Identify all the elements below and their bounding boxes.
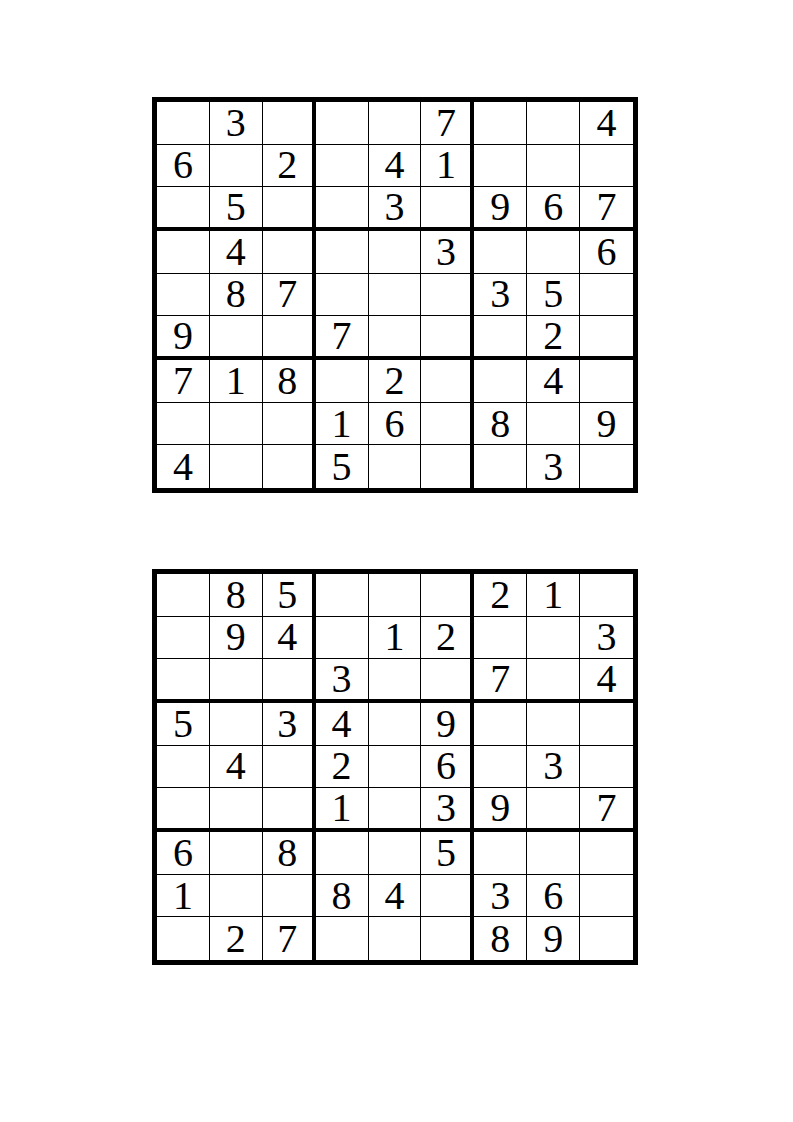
sudoku-cell-r9c7 <box>474 445 527 488</box>
sudoku-cell-r8c1: 1 <box>157 875 210 918</box>
sudoku-cell-r7c4 <box>316 360 369 403</box>
sudoku-cell-r5c1 <box>157 746 210 789</box>
sudoku-cell-r6c2 <box>210 316 263 360</box>
sudoku-cell-r1c8 <box>527 102 580 145</box>
sudoku-cell-r7c9 <box>580 832 633 875</box>
sudoku-cell-r1c4 <box>316 102 369 145</box>
sudoku-cell-r1c6 <box>421 574 474 617</box>
sudoku-cell-r8c2 <box>210 403 263 446</box>
sudoku-cell-r2c5: 1 <box>369 617 422 660</box>
sudoku-cell-r5c4 <box>316 274 369 317</box>
sudoku-cell-r1c8: 1 <box>527 574 580 617</box>
sudoku-cell-r4c8 <box>527 703 580 746</box>
sudoku-cell-r2c2 <box>210 145 263 188</box>
sudoku-cell-r1c7 <box>474 102 527 145</box>
sudoku-cell-r4c4 <box>316 231 369 274</box>
sudoku-cell-r5c7: 3 <box>474 274 527 317</box>
sudoku-cell-r4c3: 3 <box>263 703 316 746</box>
sudoku-cell-r8c6 <box>421 403 474 446</box>
sudoku-cell-r7c9 <box>580 360 633 403</box>
sudoku-cell-r9c3 <box>263 445 316 488</box>
sudoku-cell-r1c5 <box>369 574 422 617</box>
sudoku-cell-r3c9: 7 <box>580 187 633 231</box>
sudoku-cell-r5c9 <box>580 274 633 317</box>
sudoku-cell-r8c8: 6 <box>527 875 580 918</box>
sudoku-cell-r1c7: 2 <box>474 574 527 617</box>
sudoku-cell-r6c8 <box>527 788 580 832</box>
sudoku-cell-r5c8: 5 <box>527 274 580 317</box>
sudoku-cell-r5c8: 3 <box>527 746 580 789</box>
sudoku-cell-r1c3 <box>263 102 316 145</box>
sudoku-cell-r7c4 <box>316 832 369 875</box>
sudoku-cell-r2c2: 9 <box>210 617 263 660</box>
sudoku-cell-r2c4 <box>316 145 369 188</box>
sudoku-cell-r3c5: 3 <box>369 187 422 231</box>
sudoku-cell-r4c3 <box>263 231 316 274</box>
sudoku-grid-1: 3746241539674368735972718241689453 <box>152 97 638 493</box>
sudoku-cell-r2c6: 1 <box>421 145 474 188</box>
sudoku-cell-r2c7 <box>474 145 527 188</box>
sudoku-cell-r4c2 <box>210 703 263 746</box>
sudoku-cell-r4c8 <box>527 231 580 274</box>
sudoku-cell-r1c6: 7 <box>421 102 474 145</box>
sudoku-cell-r7c6: 5 <box>421 832 474 875</box>
sudoku-cell-r4c6: 3 <box>421 231 474 274</box>
sudoku-cell-r9c7: 8 <box>474 917 527 960</box>
sudoku-cell-r2c1: 6 <box>157 145 210 188</box>
sudoku-cell-r8c5: 6 <box>369 403 422 446</box>
sudoku-cell-r7c3: 8 <box>263 360 316 403</box>
sudoku-cell-r8c7: 8 <box>474 403 527 446</box>
sudoku-cell-r9c8: 9 <box>527 917 580 960</box>
sudoku-cell-r3c2: 5 <box>210 187 263 231</box>
sudoku-cell-r1c9: 4 <box>580 102 633 145</box>
sudoku-cell-r2c9: 3 <box>580 617 633 660</box>
sudoku-cell-r6c6 <box>421 316 474 360</box>
sudoku-cell-r6c4: 7 <box>316 316 369 360</box>
sudoku-cell-r6c1: 9 <box>157 316 210 360</box>
sudoku-cell-r6c6: 3 <box>421 788 474 832</box>
sudoku-cell-r7c6 <box>421 360 474 403</box>
sudoku-cell-r7c1: 6 <box>157 832 210 875</box>
sudoku-cell-r9c9 <box>580 445 633 488</box>
sudoku-cell-r5c3: 7 <box>263 274 316 317</box>
sudoku-cell-r5c4: 2 <box>316 746 369 789</box>
sudoku-cell-r8c7: 3 <box>474 875 527 918</box>
sudoku-cell-r3c4 <box>316 187 369 231</box>
sudoku-cell-r3c2 <box>210 659 263 703</box>
sudoku-cell-r8c3 <box>263 875 316 918</box>
sudoku-cell-r9c5 <box>369 445 422 488</box>
sudoku-cell-r8c8 <box>527 403 580 446</box>
sudoku-cell-r2c8 <box>527 145 580 188</box>
sudoku-cell-r6c3 <box>263 788 316 832</box>
sudoku-cell-r9c4: 5 <box>316 445 369 488</box>
sudoku-cell-r6c9 <box>580 316 633 360</box>
sudoku-cell-r3c4: 3 <box>316 659 369 703</box>
sudoku-cell-r1c3: 5 <box>263 574 316 617</box>
sudoku-cell-r9c6 <box>421 917 474 960</box>
sudoku-cell-r4c9 <box>580 703 633 746</box>
sudoku-cell-r2c3: 2 <box>263 145 316 188</box>
sudoku-cell-r9c5 <box>369 917 422 960</box>
sudoku-cell-r1c2: 3 <box>210 102 263 145</box>
sudoku-cell-r9c2: 2 <box>210 917 263 960</box>
sudoku-cell-r3c8: 6 <box>527 187 580 231</box>
sudoku-cell-r8c4: 1 <box>316 403 369 446</box>
sudoku-cell-r2c6: 2 <box>421 617 474 660</box>
sudoku-cell-r3c6 <box>421 187 474 231</box>
sudoku-cell-r4c5 <box>369 231 422 274</box>
sudoku-cell-r4c7 <box>474 703 527 746</box>
sudoku-cell-r2c9 <box>580 145 633 188</box>
sudoku-cell-r6c5 <box>369 316 422 360</box>
sudoku-cell-r7c8 <box>527 832 580 875</box>
sudoku-cell-r6c9: 7 <box>580 788 633 832</box>
sudoku-cell-r5c3 <box>263 746 316 789</box>
sudoku-cell-r9c9 <box>580 917 633 960</box>
sudoku-cell-r7c5: 2 <box>369 360 422 403</box>
sudoku-cell-r6c3 <box>263 316 316 360</box>
sudoku-cell-r7c8: 4 <box>527 360 580 403</box>
sudoku-cell-r4c7 <box>474 231 527 274</box>
sudoku-cell-r7c7 <box>474 360 527 403</box>
sudoku-cell-r5c7 <box>474 746 527 789</box>
sudoku-cell-r6c7 <box>474 316 527 360</box>
sudoku-cell-r8c6 <box>421 875 474 918</box>
sudoku-cell-r8c9: 9 <box>580 403 633 446</box>
sudoku-cell-r3c3 <box>263 659 316 703</box>
sudoku-cell-r8c2 <box>210 875 263 918</box>
sudoku-cell-r6c4: 1 <box>316 788 369 832</box>
sudoku-cell-r6c2 <box>210 788 263 832</box>
sudoku-cell-r4c1 <box>157 231 210 274</box>
sudoku-cell-r3c3 <box>263 187 316 231</box>
sudoku-cell-r3c7: 9 <box>474 187 527 231</box>
sudoku-cell-r2c7 <box>474 617 527 660</box>
sudoku-cell-r4c1: 5 <box>157 703 210 746</box>
sudoku-cell-r5c1 <box>157 274 210 317</box>
sudoku-cell-r9c6 <box>421 445 474 488</box>
sudoku-cell-r5c5 <box>369 274 422 317</box>
sudoku-grid-2: 852194123374534942631397685184362789 <box>152 569 638 965</box>
sudoku-cell-r1c4 <box>316 574 369 617</box>
sudoku-cell-r3c1 <box>157 659 210 703</box>
sudoku-cell-r6c8: 2 <box>527 316 580 360</box>
sudoku-cell-r4c9: 6 <box>580 231 633 274</box>
sudoku-cell-r4c6: 9 <box>421 703 474 746</box>
sudoku-cell-r7c7 <box>474 832 527 875</box>
sudoku-cell-r8c3 <box>263 403 316 446</box>
sudoku-cell-r7c2: 1 <box>210 360 263 403</box>
sudoku-cell-r9c4 <box>316 917 369 960</box>
sudoku-cell-r7c1: 7 <box>157 360 210 403</box>
sudoku-cell-r5c6 <box>421 274 474 317</box>
sudoku-cell-r7c5 <box>369 832 422 875</box>
sudoku-cell-r3c7: 7 <box>474 659 527 703</box>
sudoku-cell-r9c3: 7 <box>263 917 316 960</box>
sudoku-cell-r2c1 <box>157 617 210 660</box>
sudoku-cell-r1c2: 8 <box>210 574 263 617</box>
sudoku-cell-r3c5 <box>369 659 422 703</box>
sudoku-cell-r1c1 <box>157 102 210 145</box>
sudoku-cell-r8c5: 4 <box>369 875 422 918</box>
sudoku-cell-r9c1 <box>157 917 210 960</box>
sudoku-cell-r5c6: 6 <box>421 746 474 789</box>
sudoku-cell-r1c5 <box>369 102 422 145</box>
sudoku-cell-r2c5: 4 <box>369 145 422 188</box>
sudoku-cell-r5c9 <box>580 746 633 789</box>
sudoku-cell-r6c5 <box>369 788 422 832</box>
sudoku-cell-r8c9 <box>580 875 633 918</box>
sudoku-cell-r4c5 <box>369 703 422 746</box>
sudoku-cell-r5c2: 8 <box>210 274 263 317</box>
sudoku-cell-r8c4: 8 <box>316 875 369 918</box>
sudoku-cell-r5c2: 4 <box>210 746 263 789</box>
sudoku-cell-r2c4 <box>316 617 369 660</box>
sudoku-cell-r1c9 <box>580 574 633 617</box>
sudoku-cell-r9c8: 3 <box>527 445 580 488</box>
sudoku-cell-r7c3: 8 <box>263 832 316 875</box>
page: 3746241539674368735972718241689453 85219… <box>0 0 793 1122</box>
sudoku-cell-r3c1 <box>157 187 210 231</box>
sudoku-cell-r3c9: 4 <box>580 659 633 703</box>
sudoku-cell-r3c8 <box>527 659 580 703</box>
sudoku-cell-r3c6 <box>421 659 474 703</box>
sudoku-cell-r6c7: 9 <box>474 788 527 832</box>
sudoku-cell-r4c4: 4 <box>316 703 369 746</box>
sudoku-cell-r6c1 <box>157 788 210 832</box>
sudoku-cell-r9c1: 4 <box>157 445 210 488</box>
sudoku-cell-r1c1 <box>157 574 210 617</box>
sudoku-cell-r5c5 <box>369 746 422 789</box>
sudoku-cell-r7c2 <box>210 832 263 875</box>
sudoku-cell-r9c2 <box>210 445 263 488</box>
sudoku-cell-r2c3: 4 <box>263 617 316 660</box>
sudoku-cell-r4c2: 4 <box>210 231 263 274</box>
sudoku-cell-r8c1 <box>157 403 210 446</box>
sudoku-cell-r2c8 <box>527 617 580 660</box>
